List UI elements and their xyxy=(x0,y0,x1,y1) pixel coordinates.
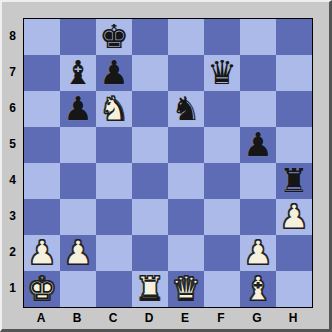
rank-label-3: 3 xyxy=(2,198,23,234)
file-label-f: F xyxy=(203,308,239,328)
piece-wP-h3: ♟ xyxy=(279,199,309,235)
square-d7[interactable] xyxy=(132,55,168,91)
square-g2[interactable]: ♟ xyxy=(240,235,276,271)
square-a1[interactable]: ♚ xyxy=(24,271,60,307)
square-c3[interactable] xyxy=(96,199,132,235)
piece-bK-c8: ♚ xyxy=(99,19,129,55)
square-e8[interactable] xyxy=(168,19,204,55)
square-f8[interactable] xyxy=(204,19,240,55)
chess-board: ♚♝♟♛♟♞♞♟♜♟♟♟♟♚♜♛♝ xyxy=(23,18,313,308)
file-label-d: D xyxy=(131,308,167,328)
square-d2[interactable] xyxy=(132,235,168,271)
square-c8[interactable]: ♚ xyxy=(96,19,132,55)
file-label-b: B xyxy=(59,308,95,328)
square-f7[interactable]: ♛ xyxy=(204,55,240,91)
rank-label-5: 5 xyxy=(2,126,23,162)
square-e4[interactable] xyxy=(168,163,204,199)
square-g1[interactable]: ♝ xyxy=(240,271,276,307)
square-b1[interactable] xyxy=(60,271,96,307)
rank-label-8: 8 xyxy=(2,18,23,54)
square-d3[interactable] xyxy=(132,199,168,235)
square-f5[interactable] xyxy=(204,127,240,163)
square-a4[interactable] xyxy=(24,163,60,199)
piece-wP-a2: ♟ xyxy=(27,235,57,271)
square-a3[interactable] xyxy=(24,199,60,235)
square-e5[interactable] xyxy=(168,127,204,163)
square-d4[interactable] xyxy=(132,163,168,199)
square-b5[interactable] xyxy=(60,127,96,163)
square-c7[interactable]: ♟ xyxy=(96,55,132,91)
rank-label-6: 6 xyxy=(2,90,23,126)
square-c6[interactable]: ♞ xyxy=(96,91,132,127)
square-h3[interactable]: ♟ xyxy=(276,199,312,235)
square-c5[interactable] xyxy=(96,127,132,163)
square-f4[interactable] xyxy=(204,163,240,199)
piece-wP-g2: ♟ xyxy=(243,235,273,271)
chess-board-frame: 87654321 ♚♝♟♛♟♞♞♟♜♟♟♟♟♚♜♛♝ ABCDEFGH xyxy=(0,0,332,332)
square-d6[interactable] xyxy=(132,91,168,127)
square-c2[interactable] xyxy=(96,235,132,271)
square-b2[interactable]: ♟ xyxy=(60,235,96,271)
file-label-g: G xyxy=(239,308,275,328)
square-f3[interactable] xyxy=(204,199,240,235)
square-d8[interactable] xyxy=(132,19,168,55)
square-b8[interactable] xyxy=(60,19,96,55)
square-h1[interactable] xyxy=(276,271,312,307)
square-b7[interactable]: ♝ xyxy=(60,55,96,91)
square-c4[interactable] xyxy=(96,163,132,199)
square-a2[interactable]: ♟ xyxy=(24,235,60,271)
square-h6[interactable] xyxy=(276,91,312,127)
square-e2[interactable] xyxy=(168,235,204,271)
square-f2[interactable] xyxy=(204,235,240,271)
piece-bQ-f7: ♛ xyxy=(207,55,237,91)
square-e3[interactable] xyxy=(168,199,204,235)
square-a6[interactable] xyxy=(24,91,60,127)
square-h5[interactable] xyxy=(276,127,312,163)
square-g6[interactable] xyxy=(240,91,276,127)
square-e1[interactable]: ♛ xyxy=(168,271,204,307)
square-e6[interactable]: ♞ xyxy=(168,91,204,127)
piece-bP-b6: ♟ xyxy=(63,91,93,127)
piece-wN-c6: ♞ xyxy=(99,91,129,127)
square-f1[interactable] xyxy=(204,271,240,307)
square-h8[interactable] xyxy=(276,19,312,55)
file-label-h: H xyxy=(275,308,311,328)
piece-bN-e6: ♞ xyxy=(171,91,201,127)
square-g8[interactable] xyxy=(240,19,276,55)
square-a5[interactable] xyxy=(24,127,60,163)
square-g5[interactable]: ♟ xyxy=(240,127,276,163)
square-g7[interactable] xyxy=(240,55,276,91)
piece-bP-g5: ♟ xyxy=(243,127,273,163)
rank-label-2: 2 xyxy=(2,234,23,270)
piece-wQ-e1: ♛ xyxy=(171,271,201,307)
piece-wR-d1: ♜ xyxy=(135,271,165,307)
square-a8[interactable] xyxy=(24,19,60,55)
piece-bB-b7: ♝ xyxy=(63,55,93,91)
file-label-a: A xyxy=(23,308,59,328)
file-labels: ABCDEFGH xyxy=(23,308,311,328)
piece-wK-a1: ♚ xyxy=(27,271,57,307)
square-b3[interactable] xyxy=(60,199,96,235)
square-e7[interactable] xyxy=(168,55,204,91)
file-label-c: C xyxy=(95,308,131,328)
file-label-e: E xyxy=(167,308,203,328)
square-g3[interactable] xyxy=(240,199,276,235)
square-a7[interactable] xyxy=(24,55,60,91)
square-c1[interactable] xyxy=(96,271,132,307)
piece-wB-g1: ♝ xyxy=(243,271,273,307)
square-d1[interactable]: ♜ xyxy=(132,271,168,307)
rank-label-7: 7 xyxy=(2,54,23,90)
square-f6[interactable] xyxy=(204,91,240,127)
square-h4[interactable]: ♜ xyxy=(276,163,312,199)
square-h2[interactable] xyxy=(276,235,312,271)
rank-label-4: 4 xyxy=(2,162,23,198)
square-d5[interactable] xyxy=(132,127,168,163)
rank-label-1: 1 xyxy=(2,270,23,306)
piece-bR-h4: ♜ xyxy=(279,163,309,199)
square-g4[interactable] xyxy=(240,163,276,199)
rank-labels: 87654321 xyxy=(2,18,23,306)
square-h7[interactable] xyxy=(276,55,312,91)
square-b6[interactable]: ♟ xyxy=(60,91,96,127)
piece-wP-b2: ♟ xyxy=(63,235,93,271)
square-b4[interactable] xyxy=(60,163,96,199)
piece-bP-c7: ♟ xyxy=(99,55,129,91)
